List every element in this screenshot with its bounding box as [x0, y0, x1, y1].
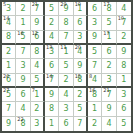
digit-r3c5: 7 — [63, 33, 68, 41]
digit-r2c8: 5 — [106, 19, 111, 27]
digit-r5c2: 3 — [20, 62, 25, 70]
digit-r3c9: 2 — [121, 33, 126, 41]
cell-r6c5[interactable]: 2 — [59, 74, 73, 88]
cell-r2c3[interactable]: 9 — [31, 16, 45, 30]
cell-r4c1[interactable]: 2 — [2, 45, 16, 59]
cell-r4c9[interactable]: 9 — [117, 45, 131, 59]
cell-r5c2[interactable]: 3 — [16, 59, 30, 73]
digit-r8c1: 7 — [6, 105, 11, 113]
digit-r4c3: 8 — [34, 48, 39, 56]
cell-r7c8[interactable]: 217 — [102, 88, 116, 102]
cage-sum-r6c6: 15 — [75, 74, 81, 79]
digit-r3c6: 3 — [77, 33, 82, 41]
sudoku-board: 5322175299101617841441928635107816512647… — [0, 0, 133, 133]
digit-r6c5: 2 — [63, 76, 68, 84]
cell-r7c9[interactable]: 3 — [117, 88, 131, 102]
digit-r9c3: 3 — [34, 120, 39, 128]
cell-r4c8[interactable]: 6 — [102, 45, 116, 59]
cell-r7c4[interactable]: 9 — [45, 88, 59, 102]
digit-r9c9: 5 — [121, 120, 126, 128]
digit-r7c6: 2 — [77, 91, 82, 99]
digit-r3c7: 9 — [92, 33, 97, 41]
cell-r1c4[interactable]: 5 — [45, 2, 59, 16]
digit-r7c4: 9 — [49, 91, 54, 99]
cage-sum-r7c1: 27 — [3, 88, 9, 93]
digit-r2c6: 6 — [77, 19, 82, 27]
cage-sum-r7c3: 7 — [32, 88, 35, 93]
cell-r4c4[interactable]: 133 — [45, 45, 59, 59]
cell-r9c5[interactable]: 6 — [59, 117, 73, 131]
cell-r9c3[interactable]: 3 — [31, 117, 45, 131]
cell-r2c1[interactable]: 144 — [2, 16, 16, 30]
digit-r7c2: 6 — [20, 91, 25, 99]
cage-sum-r4c4: 13 — [46, 45, 52, 50]
cage-sum-r9c2: 22 — [17, 117, 23, 122]
cell-r8c2[interactable]: 4 — [16, 102, 30, 116]
cell-r5c1[interactable]: 1 — [2, 59, 16, 73]
cell-r4c5[interactable]: 111 — [59, 45, 73, 59]
cage-sum-r1c1: 5 — [3, 2, 6, 7]
digit-r1c7: 6 — [92, 5, 97, 13]
digit-r5c4: 6 — [49, 62, 54, 70]
cage-sum-r7c8: 21 — [103, 88, 109, 93]
digit-r5c6: 9 — [77, 62, 82, 70]
cage-sum-r2c9: 10 — [118, 16, 124, 21]
digit-r1c9: 4 — [121, 5, 126, 13]
cage-sum-r4c6: 20 — [75, 45, 81, 50]
cell-r4c3[interactable]: 8 — [31, 45, 45, 59]
digit-r8c4: 8 — [49, 105, 54, 113]
cell-r1c8[interactable]: 178 — [102, 2, 116, 16]
cell-r7c2[interactable]: 6 — [16, 88, 30, 102]
cage-sum-r3c3: 12 — [32, 31, 38, 36]
digit-r8c9: 6 — [121, 105, 126, 113]
digit-r6c2: 9 — [20, 76, 25, 84]
digit-r5c8: 2 — [106, 62, 111, 70]
cell-r1c5[interactable]: 299 — [59, 2, 73, 16]
cell-r8c7[interactable]: 1 — [88, 102, 102, 116]
cage-sum-r1c8: 17 — [103, 2, 109, 7]
cell-r7c1[interactable]: 275 — [2, 88, 16, 102]
cell-r1c2[interactable]: 2 — [16, 2, 30, 16]
digit-r5c5: 5 — [63, 62, 68, 70]
cell-r6c6[interactable]: 158 — [74, 74, 88, 88]
cell-r3c2[interactable]: 165 — [16, 31, 30, 45]
cell-r4c6[interactable]: 204 — [74, 45, 88, 59]
digit-r3c4: 4 — [49, 33, 54, 41]
digit-r8c5: 3 — [63, 105, 68, 113]
cage-sum-r6c4: 14 — [46, 74, 52, 79]
cell-r1c1[interactable]: 53 — [2, 2, 16, 16]
cell-r7c6[interactable]: 2 — [74, 88, 88, 102]
cage-sum-r3c8: 17 — [103, 31, 109, 36]
digit-r4c8: 6 — [106, 48, 111, 56]
digit-r9c8: 4 — [106, 120, 111, 128]
cell-r2c4[interactable]: 2 — [45, 16, 59, 30]
digit-r9c4: 1 — [49, 120, 54, 128]
digit-r2c3: 9 — [34, 19, 39, 27]
cell-r5c6[interactable]: 9 — [74, 59, 88, 73]
cell-r9c9[interactable]: 5 — [117, 117, 131, 131]
cage-sum-r1c6: 10 — [75, 2, 81, 7]
digit-r5c7: 7 — [92, 62, 97, 70]
cell-r9c6[interactable]: 7 — [74, 117, 88, 131]
cell-r9c8[interactable]: 4 — [102, 117, 116, 131]
digit-r8c6: 5 — [77, 105, 82, 113]
cell-r6c9[interactable]: 1 — [117, 74, 131, 88]
cell-r7c5[interactable]: 4 — [59, 88, 73, 102]
digit-r2c5: 8 — [63, 19, 68, 27]
digit-r8c8: 9 — [106, 105, 111, 113]
cell-r1c6[interactable]: 101 — [74, 2, 88, 16]
cell-r5c4[interactable]: 6 — [45, 59, 59, 73]
cell-r9c4[interactable]: 1 — [45, 117, 59, 131]
digit-r6c3: 5 — [34, 76, 39, 84]
cage-sum-r4c5: 11 — [60, 45, 66, 50]
cell-r3c6[interactable]: 3 — [74, 31, 88, 45]
digit-r4c9: 9 — [121, 48, 126, 56]
digit-r4c2: 7 — [20, 48, 25, 56]
cell-r1c7[interactable]: 6 — [88, 2, 102, 16]
digit-r9c7: 2 — [92, 120, 97, 128]
cage-sum-r2c1: 14 — [3, 16, 9, 21]
cell-r3c9[interactable]: 2 — [117, 31, 131, 45]
digit-r2c7: 3 — [92, 19, 97, 27]
cell-r6c1[interactable]: 206 — [2, 74, 16, 88]
cage-sum-r3c2: 16 — [17, 31, 23, 36]
cage-sum-r7c7: 16 — [89, 88, 95, 93]
cell-r9c2[interactable]: 228 — [16, 117, 30, 131]
digit-r6c8: 3 — [106, 76, 111, 84]
cell-r4c7[interactable]: 5 — [88, 45, 102, 59]
cell-r6c4[interactable]: 147 — [45, 74, 59, 88]
cell-r7c7[interactable]: 168 — [88, 88, 102, 102]
cell-r7c3[interactable]: 71 — [31, 88, 45, 102]
cell-r5c8[interactable]: 2 — [102, 59, 116, 73]
cell-r2c6[interactable]: 6 — [74, 16, 88, 30]
digit-r1c1: 3 — [6, 5, 11, 13]
cell-r3c1[interactable]: 8 — [2, 31, 16, 45]
cell-r3c8[interactable]: 171 — [102, 31, 116, 45]
cell-r6c3[interactable]: 5 — [31, 74, 45, 88]
cell-r3c4[interactable]: 4 — [45, 31, 59, 45]
cell-r2c8[interactable]: 5 — [102, 16, 116, 30]
cell-r5c5[interactable]: 5 — [59, 59, 73, 73]
cell-r8c1[interactable]: 7 — [2, 102, 16, 116]
cell-r8c4[interactable]: 8 — [45, 102, 59, 116]
digit-r5c1: 1 — [6, 62, 11, 70]
digit-r4c7: 5 — [92, 48, 97, 56]
cell-r3c3[interactable]: 126 — [31, 31, 45, 45]
cell-r6c7[interactable]: 84 — [88, 74, 102, 88]
cell-r8c9[interactable]: 6 — [117, 102, 131, 116]
cell-r3c5[interactable]: 7 — [59, 31, 73, 45]
digit-r3c1: 8 — [6, 33, 11, 41]
cell-r2c7[interactable]: 3 — [88, 16, 102, 30]
digit-r1c4: 5 — [49, 5, 54, 13]
digit-r1c2: 2 — [20, 5, 25, 13]
digit-r8c3: 2 — [34, 105, 39, 113]
digit-r6c7: 4 — [92, 76, 97, 84]
cell-r4c2[interactable]: 7 — [16, 45, 30, 59]
cell-r8c8[interactable]: 9 — [102, 102, 116, 116]
cell-r5c7[interactable]: 7 — [88, 59, 102, 73]
cell-r9c7[interactable]: 2 — [88, 117, 102, 131]
cell-r6c2[interactable]: 9 — [16, 74, 30, 88]
cell-r3c7[interactable]: 9 — [88, 31, 102, 45]
cell-r2c9[interactable]: 107 — [117, 16, 131, 30]
cage-sum-r1c5: 29 — [60, 2, 66, 7]
digit-r9c5: 6 — [63, 120, 68, 128]
digit-r8c7: 1 — [92, 105, 97, 113]
cell-r5c3[interactable]: 4 — [31, 59, 45, 73]
digit-r4c1: 2 — [6, 48, 11, 56]
digit-r5c9: 8 — [121, 62, 126, 70]
cell-r6c8[interactable]: 3 — [102, 74, 116, 88]
digit-r2c2: 1 — [20, 19, 25, 27]
digit-r9c6: 7 — [77, 120, 82, 128]
cell-r1c3[interactable]: 217 — [31, 2, 45, 16]
cell-r9c1[interactable]: 9 — [2, 117, 16, 131]
cage-sum-r6c1: 20 — [3, 74, 9, 79]
cell-r5c9[interactable]: 8 — [117, 59, 131, 73]
digit-r7c5: 4 — [63, 91, 68, 99]
digit-r7c9: 3 — [121, 91, 126, 99]
cell-r1c9[interactable]: 4 — [117, 2, 131, 16]
digit-r8c2: 4 — [20, 105, 25, 113]
cell-r8c3[interactable]: 2 — [31, 102, 45, 116]
digit-r5c3: 4 — [34, 62, 39, 70]
cell-r2c2[interactable]: 1 — [16, 16, 30, 30]
cell-r2c5[interactable]: 8 — [59, 16, 73, 30]
cell-r8c5[interactable]: 3 — [59, 102, 73, 116]
digit-r9c1: 9 — [6, 120, 11, 128]
digit-r2c4: 2 — [49, 19, 54, 27]
cage-sum-r6c7: 8 — [89, 74, 92, 79]
cell-r8c6[interactable]: 5 — [74, 102, 88, 116]
cage-sum-r1c3: 21 — [32, 2, 38, 7]
digit-r6c9: 1 — [121, 76, 126, 84]
digit-r7c3: 1 — [34, 91, 39, 99]
